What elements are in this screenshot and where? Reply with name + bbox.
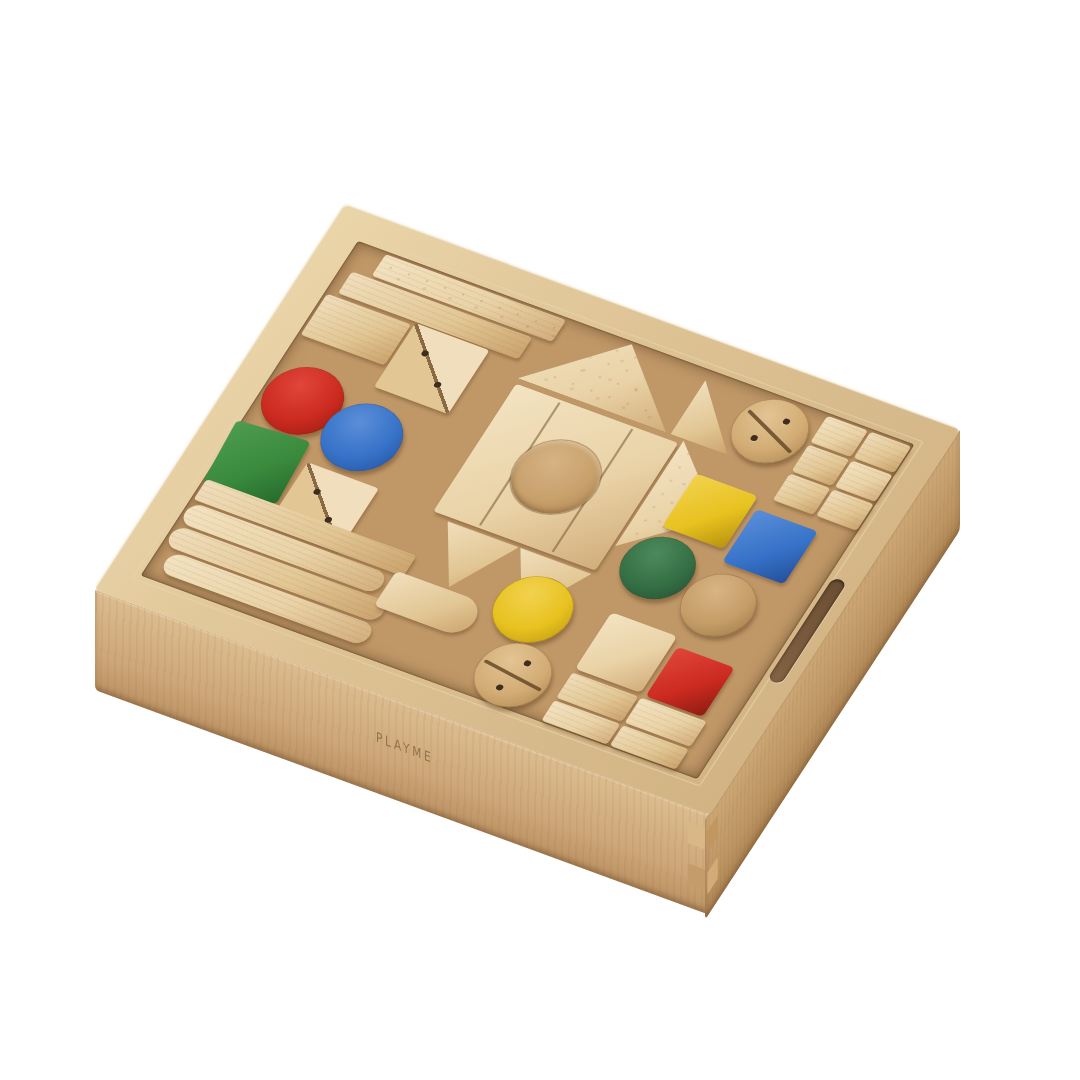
wheel-disc-back-split-seam <box>747 409 793 453</box>
triangle-pair-upper-peg-hole <box>433 381 443 389</box>
wheel-disc-front-peg-hole <box>522 659 532 667</box>
wheel-disc-front-split-seam <box>483 659 542 692</box>
product-photo-scene: PLAYME <box>0 0 1080 1080</box>
center-wood-disc <box>495 429 617 525</box>
arch-block <box>374 571 486 639</box>
wheel-disc-back-peg-hole <box>781 418 791 426</box>
wheel-disc-front-peg-hole <box>495 684 505 692</box>
wheel-disc-back-peg-hole <box>749 434 759 442</box>
triangle-pair-upper-peg-hole <box>420 350 430 358</box>
triangle-pair-lower-peg-hole <box>312 488 322 496</box>
